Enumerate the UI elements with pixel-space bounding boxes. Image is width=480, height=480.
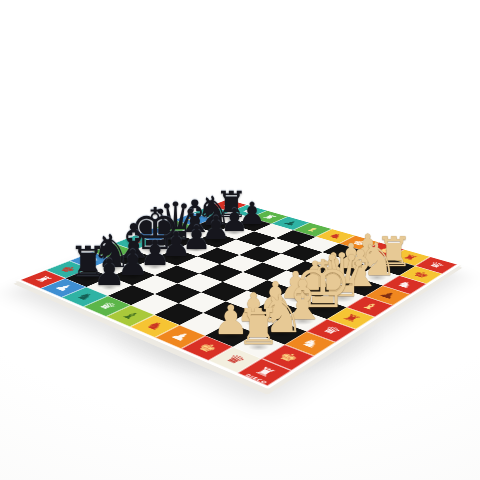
border-tile-illustration: ♜ — [339, 312, 364, 324]
border-tile-illustration: ♞ — [297, 337, 323, 350]
border-tile-illustration: ♜ — [259, 214, 278, 221]
border-tile-illustration: ♜ — [250, 365, 278, 379]
border-tile-illustration: ♚ — [274, 350, 301, 364]
border-tile-illustration: ♜ — [124, 239, 145, 247]
border-tile-illustration: ♛ — [221, 353, 249, 367]
border-tile-illustration: ♟ — [102, 247, 124, 255]
border-tile-illustration: ♜ — [31, 274, 55, 284]
border-tile-illustration: ♝ — [202, 209, 221, 216]
border-tile-illustration: ♞ — [145, 231, 166, 239]
border-tile-illustration: ♚ — [165, 223, 185, 230]
border-tile-illustration: ♚ — [193, 341, 220, 354]
border-tile-illustration: ♞ — [239, 208, 258, 215]
border-tile-illustration: ♝ — [358, 301, 382, 312]
border-tile-illustration: ♛ — [219, 202, 238, 208]
border-tile-illustration: ♟ — [376, 290, 399, 300]
border-tile-illustration: ♜ — [399, 253, 420, 262]
border-tile-illustration: ♝ — [118, 310, 143, 321]
border-tile-illustration: ♚ — [410, 270, 432, 279]
border-tile-illustration: ♝ — [303, 226, 323, 233]
photo-scene: ♛♞♜♟♝♞♚♟♜♛♜♟♞♛♝♞♟♚♛♜♝♟♚♞♜♟♛♚♚♞♟♝♜♛♞♚ DJE… — [0, 0, 480, 480]
border-tile-illustration: ♛ — [318, 324, 344, 336]
border-tile-illustration: ♞ — [142, 320, 168, 332]
border-tile-illustration: ♞ — [393, 280, 416, 290]
border-tile-illustration: ♚ — [349, 239, 370, 247]
border-tile-illustration: ♟ — [51, 283, 75, 293]
border-tile-illustration: ♟ — [184, 216, 204, 223]
border-tile-illustration: ♟ — [373, 246, 394, 254]
border-tile-illustration: ♚ — [56, 265, 79, 274]
border-tile-illustration: ♟ — [167, 330, 193, 343]
border-tile-illustration: ♛ — [80, 256, 102, 265]
border-tile-illustration: ♞ — [73, 291, 98, 301]
border-tile-illustration: ♛ — [425, 261, 447, 270]
border-tile-illustration: ♟ — [281, 220, 301, 227]
border-tile-illustration: ♞ — [325, 232, 345, 240]
border-tile-illustration: ♛ — [95, 301, 120, 312]
